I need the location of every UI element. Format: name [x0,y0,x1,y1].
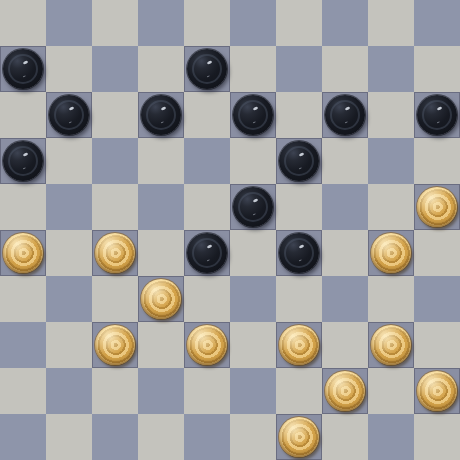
board-square[interactable] [46,92,92,138]
black-piece[interactable] [187,49,227,89]
black-piece[interactable] [279,141,319,181]
board-square [46,46,92,92]
board-square [368,184,414,230]
board-square[interactable] [368,414,414,460]
board-square[interactable] [0,322,46,368]
board-square [184,92,230,138]
board-square [46,414,92,460]
board-square [138,138,184,184]
white-piece[interactable] [141,279,181,319]
board-square [414,46,460,92]
board-square [230,414,276,460]
board-square[interactable] [276,414,322,460]
board-square [184,0,230,46]
black-piece[interactable] [325,95,365,135]
board-square [368,276,414,322]
board-square [414,230,460,276]
board-square[interactable] [46,0,92,46]
board-square [368,368,414,414]
white-piece[interactable] [95,325,135,365]
board-square[interactable] [46,184,92,230]
board-square[interactable] [0,230,46,276]
board-square[interactable] [92,322,138,368]
board-square [184,276,230,322]
board-square [276,276,322,322]
white-piece[interactable] [279,417,319,457]
board-square [92,184,138,230]
board-square [138,414,184,460]
black-piece[interactable] [3,141,43,181]
board-square [138,322,184,368]
board-square [0,368,46,414]
board-square[interactable] [92,138,138,184]
board-square [322,414,368,460]
board-square [46,230,92,276]
board-square [138,46,184,92]
board-square[interactable] [0,414,46,460]
board-square[interactable] [138,276,184,322]
board-square [414,138,460,184]
board-square [322,46,368,92]
board-square[interactable] [230,276,276,322]
board-square[interactable] [138,184,184,230]
board-square[interactable] [414,92,460,138]
board-square[interactable] [184,230,230,276]
board-square [230,138,276,184]
board-square[interactable] [276,322,322,368]
board-square [230,322,276,368]
white-piece[interactable] [417,187,457,227]
board-square [0,276,46,322]
board-square[interactable] [138,0,184,46]
board-square[interactable] [184,414,230,460]
board-square[interactable] [230,0,276,46]
board-square[interactable] [0,138,46,184]
white-piece[interactable] [371,233,411,273]
board-square[interactable] [368,322,414,368]
board-square[interactable] [414,0,460,46]
black-piece[interactable] [233,187,273,227]
board-square[interactable] [92,46,138,92]
board-square[interactable] [368,46,414,92]
white-piece[interactable] [3,233,43,273]
board-square[interactable] [322,276,368,322]
white-piece[interactable] [417,371,457,411]
white-piece[interactable] [187,325,227,365]
board-square [322,138,368,184]
board-square[interactable] [184,322,230,368]
black-piece[interactable] [141,95,181,135]
board-square[interactable] [322,0,368,46]
checkers-board [0,0,460,460]
board-square [0,184,46,230]
board-square[interactable] [46,276,92,322]
board-square[interactable] [414,368,460,414]
white-piece[interactable] [371,325,411,365]
board-square[interactable] [92,414,138,460]
black-piece[interactable] [3,49,43,89]
board-square[interactable] [230,368,276,414]
black-piece[interactable] [187,233,227,273]
board-square[interactable] [414,184,460,230]
board-square[interactable] [276,46,322,92]
board-square [0,0,46,46]
board-square [322,322,368,368]
white-piece[interactable] [95,233,135,273]
board-square [276,184,322,230]
board-square [276,368,322,414]
board-square[interactable] [276,230,322,276]
board-square [276,92,322,138]
black-piece[interactable] [233,95,273,135]
board-square[interactable] [184,46,230,92]
white-piece[interactable] [279,325,319,365]
board-square[interactable] [322,92,368,138]
black-piece[interactable] [417,95,457,135]
board-square [46,322,92,368]
board-square[interactable] [276,138,322,184]
board-square[interactable] [138,92,184,138]
board-square [184,368,230,414]
board-square [92,0,138,46]
board-square[interactable] [322,184,368,230]
board-square [92,276,138,322]
board-square[interactable] [0,46,46,92]
board-square [414,322,460,368]
board-square [230,46,276,92]
board-square [230,230,276,276]
board-square [414,414,460,460]
board-square[interactable] [230,92,276,138]
board-square [92,368,138,414]
board-square [184,184,230,230]
board-square[interactable] [138,368,184,414]
board-square[interactable] [368,230,414,276]
board-square [322,230,368,276]
board-square [92,92,138,138]
board-square[interactable] [322,368,368,414]
white-piece[interactable] [325,371,365,411]
black-piece[interactable] [279,233,319,273]
board-square[interactable] [414,276,460,322]
board-square[interactable] [368,138,414,184]
board-square [368,92,414,138]
black-piece[interactable] [49,95,89,135]
board-square[interactable] [46,368,92,414]
board-square[interactable] [230,184,276,230]
board-square [138,230,184,276]
board-square[interactable] [92,230,138,276]
board-square [276,0,322,46]
board-square [46,138,92,184]
board-square[interactable] [184,138,230,184]
board-square [0,92,46,138]
board-square [368,0,414,46]
